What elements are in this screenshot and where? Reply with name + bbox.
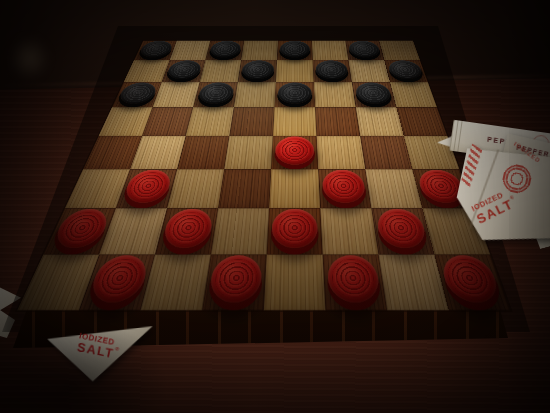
black-piece-2-2[interactable] [197,82,235,103]
black-piece-0-4[interactable] [280,40,310,57]
red-piece-4-4[interactable] [275,136,315,164]
black-piece-2-6[interactable] [355,82,393,103]
black-piece-2-0[interactable] [116,82,158,103]
black-piece-0-2[interactable] [209,40,242,57]
black-piece-1-1[interactable] [165,60,202,79]
red-piece-6-2[interactable] [161,208,215,247]
piece-layer [17,40,510,310]
red-piece-6-0[interactable] [50,208,112,247]
red-piece-7-5[interactable] [327,255,382,302]
red-piece-5-5[interactable] [322,169,367,202]
black-piece-2-4[interactable] [278,82,313,103]
red-piece-6-6[interactable] [375,208,429,247]
black-piece-1-5[interactable] [315,60,348,79]
red-piece-7-7[interactable] [439,255,504,302]
checkers-board [17,40,510,310]
red-piece-7-3[interactable] [208,255,263,302]
checkers-scene: IODIZEDSALT® PEPPER PEPPER IODIZED IODIZ… [0,0,550,413]
salt-packet-bottom-left: IODIZEDSALT® [45,326,156,384]
red-piece-5-1[interactable] [122,169,174,202]
red-piece-7-1[interactable] [86,255,151,302]
red-piece-6-4[interactable] [271,208,318,247]
black-piece-0-6[interactable] [348,40,381,57]
black-piece-1-3[interactable] [241,60,274,79]
black-piece-1-7[interactable] [387,60,424,79]
black-piece-0-0[interactable] [138,40,175,57]
